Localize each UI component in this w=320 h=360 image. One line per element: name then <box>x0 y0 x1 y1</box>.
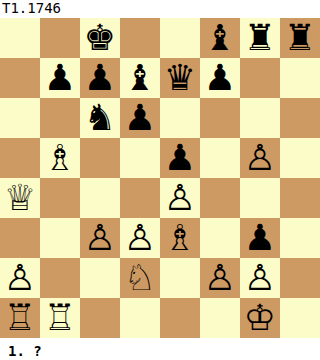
piece-white-knight: ♘ <box>124 258 156 298</box>
piece-black-king: ♚ <box>84 18 116 58</box>
piece-white-pawn: ♙ <box>164 178 196 218</box>
square-e5[interactable]: ♟ <box>160 138 200 178</box>
square-f2[interactable]: ♙ <box>200 258 240 298</box>
square-e1[interactable] <box>160 298 200 338</box>
piece-white-rook: ♖ <box>4 298 36 338</box>
square-a2[interactable]: ♙ <box>0 258 40 298</box>
piece-black-pawn: ♟ <box>244 218 276 258</box>
square-f7[interactable]: ♟ <box>200 58 240 98</box>
square-g7[interactable] <box>240 58 280 98</box>
piece-black-knight: ♞ <box>84 98 116 138</box>
square-b1[interactable]: ♖ <box>40 298 80 338</box>
piece-black-pawn: ♟ <box>84 58 116 98</box>
square-b3[interactable] <box>40 218 80 258</box>
square-d4[interactable] <box>120 178 160 218</box>
square-h7[interactable] <box>280 58 320 98</box>
piece-white-pawn: ♙ <box>244 258 276 298</box>
piece-white-pawn: ♙ <box>124 218 156 258</box>
square-d3[interactable]: ♙ <box>120 218 160 258</box>
piece-white-pawn: ♙ <box>204 258 236 298</box>
piece-white-queen: ♕ <box>4 178 36 218</box>
piece-white-pawn: ♙ <box>244 138 276 178</box>
square-b6[interactable] <box>40 98 80 138</box>
square-e2[interactable] <box>160 258 200 298</box>
square-f1[interactable] <box>200 298 240 338</box>
piece-white-bishop: ♗ <box>44 138 76 178</box>
square-e6[interactable] <box>160 98 200 138</box>
square-e3[interactable]: ♗ <box>160 218 200 258</box>
square-a7[interactable] <box>0 58 40 98</box>
square-c4[interactable] <box>80 178 120 218</box>
square-c1[interactable] <box>80 298 120 338</box>
square-a3[interactable] <box>0 218 40 258</box>
square-g1[interactable]: ♔ <box>240 298 280 338</box>
piece-black-bishop: ♝ <box>204 18 236 58</box>
piece-black-pawn: ♟ <box>44 58 76 98</box>
chess-board: ♚♝♜♜♟♟♝♛♟♞♟♗♟♙♕♙♙♙♗♟♙♘♙♙♖♖♔ <box>0 18 320 338</box>
square-h3[interactable] <box>280 218 320 258</box>
square-c6[interactable]: ♞ <box>80 98 120 138</box>
piece-white-king: ♔ <box>244 298 276 338</box>
square-b2[interactable] <box>40 258 80 298</box>
square-g3[interactable]: ♟ <box>240 218 280 258</box>
square-h8[interactable]: ♜ <box>280 18 320 58</box>
square-c3[interactable]: ♙ <box>80 218 120 258</box>
square-b7[interactable]: ♟ <box>40 58 80 98</box>
square-h5[interactable] <box>280 138 320 178</box>
square-b8[interactable] <box>40 18 80 58</box>
piece-black-bishop: ♝ <box>124 58 156 98</box>
square-d7[interactable]: ♝ <box>120 58 160 98</box>
square-f3[interactable] <box>200 218 240 258</box>
page-title: T1.1746 <box>0 0 320 18</box>
square-g8[interactable]: ♜ <box>240 18 280 58</box>
piece-white-pawn: ♙ <box>4 258 36 298</box>
square-g5[interactable]: ♙ <box>240 138 280 178</box>
piece-black-pawn: ♟ <box>124 98 156 138</box>
square-c2[interactable] <box>80 258 120 298</box>
square-f8[interactable]: ♝ <box>200 18 240 58</box>
square-d5[interactable] <box>120 138 160 178</box>
piece-black-pawn: ♟ <box>164 138 196 178</box>
square-e8[interactable] <box>160 18 200 58</box>
move-prompt: 1. ? <box>0 338 320 359</box>
square-d2[interactable]: ♘ <box>120 258 160 298</box>
square-a8[interactable] <box>0 18 40 58</box>
square-c8[interactable]: ♚ <box>80 18 120 58</box>
piece-white-bishop: ♗ <box>164 218 196 258</box>
square-b4[interactable] <box>40 178 80 218</box>
square-e4[interactable]: ♙ <box>160 178 200 218</box>
square-f6[interactable] <box>200 98 240 138</box>
square-a4[interactable]: ♕ <box>0 178 40 218</box>
square-d8[interactable] <box>120 18 160 58</box>
square-d1[interactable] <box>120 298 160 338</box>
square-h4[interactable] <box>280 178 320 218</box>
square-g6[interactable] <box>240 98 280 138</box>
piece-black-pawn: ♟ <box>204 58 236 98</box>
piece-black-rook: ♜ <box>284 18 316 58</box>
square-a6[interactable] <box>0 98 40 138</box>
square-c7[interactable]: ♟ <box>80 58 120 98</box>
square-f5[interactable] <box>200 138 240 178</box>
piece-white-rook: ♖ <box>44 298 76 338</box>
square-g4[interactable] <box>240 178 280 218</box>
piece-white-pawn: ♙ <box>84 218 116 258</box>
square-g2[interactable]: ♙ <box>240 258 280 298</box>
chess-diagram-page: T1.1746 ♚♝♜♜♟♟♝♛♟♞♟♗♟♙♕♙♙♙♗♟♙♘♙♙♖♖♔ 1. ? <box>0 0 320 359</box>
piece-black-queen: ♛ <box>164 58 196 98</box>
square-h2[interactable] <box>280 258 320 298</box>
square-h6[interactable] <box>280 98 320 138</box>
piece-black-rook: ♜ <box>244 18 276 58</box>
square-e7[interactable]: ♛ <box>160 58 200 98</box>
square-d6[interactable]: ♟ <box>120 98 160 138</box>
square-a5[interactable] <box>0 138 40 178</box>
square-c5[interactable] <box>80 138 120 178</box>
square-h1[interactable] <box>280 298 320 338</box>
square-f4[interactable] <box>200 178 240 218</box>
square-b5[interactable]: ♗ <box>40 138 80 178</box>
square-a1[interactable]: ♖ <box>0 298 40 338</box>
